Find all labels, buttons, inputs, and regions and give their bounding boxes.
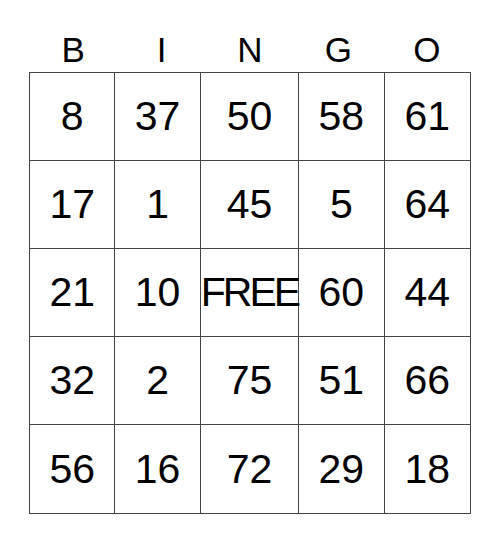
cell-r2c0[interactable]: 21 bbox=[30, 249, 115, 337]
cell-r2c1[interactable]: 10 bbox=[115, 249, 200, 337]
cell-r0c1[interactable]: 37 bbox=[115, 73, 200, 161]
header-letter-o: O bbox=[383, 31, 471, 70]
bingo-header: B I N G O bbox=[29, 15, 471, 72]
header-letter-b: B bbox=[29, 31, 117, 70]
cell-r1c3[interactable]: 5 bbox=[299, 161, 384, 249]
cell-r1c1[interactable]: 1 bbox=[115, 161, 200, 249]
cell-r0c4[interactable]: 61 bbox=[385, 73, 470, 161]
header-letter-g: G bbox=[294, 31, 382, 70]
cell-r4c3[interactable]: 29 bbox=[299, 425, 384, 513]
header-letter-n: N bbox=[206, 31, 294, 70]
cell-r4c4[interactable]: 18 bbox=[385, 425, 470, 513]
cell-r1c2[interactable]: 45 bbox=[201, 161, 299, 249]
cell-r4c0[interactable]: 56 bbox=[30, 425, 115, 513]
cell-r3c4[interactable]: 66 bbox=[385, 337, 470, 425]
cell-r1c0[interactable]: 17 bbox=[30, 161, 115, 249]
cell-r2c3[interactable]: 60 bbox=[299, 249, 384, 337]
cell-r4c1[interactable]: 16 bbox=[115, 425, 200, 513]
cell-r2c4[interactable]: 44 bbox=[385, 249, 470, 337]
bingo-card: B I N G O 8 37 50 58 61 17 1 45 5 64 21 … bbox=[29, 15, 471, 514]
cell-r3c3[interactable]: 51 bbox=[299, 337, 384, 425]
cell-r1c4[interactable]: 64 bbox=[385, 161, 470, 249]
header-letter-i: I bbox=[117, 31, 205, 70]
cell-r3c0[interactable]: 32 bbox=[30, 337, 115, 425]
cell-r0c2[interactable]: 50 bbox=[201, 73, 299, 161]
cell-r4c2[interactable]: 72 bbox=[201, 425, 299, 513]
cell-r2c2-free-space[interactable]: FREE bbox=[201, 249, 299, 337]
bingo-grid: 8 37 50 58 61 17 1 45 5 64 21 10 FREE 60… bbox=[29, 72, 471, 514]
cell-r3c2[interactable]: 75 bbox=[201, 337, 299, 425]
cell-r0c3[interactable]: 58 bbox=[299, 73, 384, 161]
cell-r0c0[interactable]: 8 bbox=[30, 73, 115, 161]
cell-r3c1[interactable]: 2 bbox=[115, 337, 200, 425]
